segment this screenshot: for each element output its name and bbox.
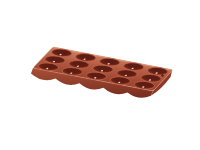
- hanging-hole: [161, 74, 163, 76]
- mould-illustration: [0, 0, 200, 150]
- product-photo: [0, 0, 200, 150]
